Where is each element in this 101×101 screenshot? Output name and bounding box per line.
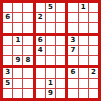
cell-r3c5[interactable] <box>46 23 55 32</box>
box-2-1: 198 <box>3 36 33 66</box>
cell-r2c7[interactable] <box>68 13 77 22</box>
cell-r7c2[interactable] <box>13 68 22 77</box>
cell-r9c8[interactable] <box>79 89 88 98</box>
cell-r4c1[interactable] <box>3 36 12 45</box>
cell-r3c2[interactable] <box>13 23 22 32</box>
cell-r6c1[interactable] <box>3 56 12 65</box>
cell-r2c8[interactable] <box>79 13 88 22</box>
cell-r4c2[interactable]: 1 <box>13 36 22 45</box>
cell-r7c6[interactable] <box>56 68 65 77</box>
cell-r5c2[interactable] <box>13 46 22 55</box>
box-3-1: 35 <box>3 68 33 98</box>
cell-r7c4[interactable] <box>36 68 45 77</box>
cell-r8c3[interactable] <box>23 79 32 88</box>
cell-r5c4[interactable]: 4 <box>36 46 45 55</box>
cell-r5c9[interactable] <box>89 46 98 55</box>
cell-r5c8[interactable] <box>79 46 88 55</box>
box-2-2: 64 <box>36 36 66 66</box>
cell-r8c2[interactable] <box>13 79 22 88</box>
cell-r2c1[interactable]: 6 <box>3 13 12 22</box>
cell-r1c8[interactable]: 1 <box>79 3 88 12</box>
cell-r3c6[interactable] <box>56 23 65 32</box>
cell-r2c3[interactable] <box>23 13 32 22</box>
cell-r3c1[interactable] <box>3 23 12 32</box>
cell-r2c6[interactable] <box>56 13 65 22</box>
box-2-3: 37 <box>68 36 98 66</box>
cell-r9c3[interactable] <box>23 89 32 98</box>
cell-r7c7[interactable]: 6 <box>68 68 77 77</box>
cell-r8c8[interactable] <box>79 79 88 88</box>
box-3-3: 62 <box>68 68 98 98</box>
cell-r4c5[interactable] <box>46 36 55 45</box>
cell-r1c5[interactable]: 5 <box>46 3 55 12</box>
cell-r7c9[interactable]: 2 <box>89 68 98 77</box>
cell-r2c9[interactable] <box>89 13 98 22</box>
box-1-1: 6 <box>3 3 33 33</box>
sudoku-board: 65211986437351962 <box>0 0 101 101</box>
cell-r6c7[interactable] <box>68 56 77 65</box>
cell-r6c2[interactable]: 9 <box>13 56 22 65</box>
cell-r9c2[interactable] <box>13 89 22 98</box>
cell-r9c4[interactable] <box>36 89 45 98</box>
cell-r9c5[interactable]: 9 <box>46 89 55 98</box>
cell-r8c6[interactable] <box>56 79 65 88</box>
cell-r7c3[interactable] <box>23 68 32 77</box>
cell-r1c9[interactable] <box>89 3 98 12</box>
cell-r6c5[interactable] <box>46 56 55 65</box>
cell-r5c3[interactable] <box>23 46 32 55</box>
cell-r6c8[interactable] <box>79 56 88 65</box>
cell-r5c5[interactable] <box>46 46 55 55</box>
cell-r8c4[interactable] <box>36 79 45 88</box>
cell-r7c1[interactable]: 3 <box>3 68 12 77</box>
cell-r4c7[interactable]: 3 <box>68 36 77 45</box>
cell-r8c1[interactable]: 5 <box>3 79 12 88</box>
cell-r9c7[interactable] <box>68 89 77 98</box>
cell-r1c3[interactable] <box>23 3 32 12</box>
cell-r1c6[interactable] <box>56 3 65 12</box>
cell-r1c4[interactable] <box>36 3 45 12</box>
cell-r9c9[interactable] <box>89 89 98 98</box>
cell-r2c5[interactable] <box>46 13 55 22</box>
cell-r7c5[interactable] <box>46 68 55 77</box>
box-3-2: 19 <box>36 68 66 98</box>
cell-r9c6[interactable] <box>56 89 65 98</box>
cell-r3c4[interactable] <box>36 23 45 32</box>
cell-r1c2[interactable] <box>13 3 22 12</box>
cell-r2c4[interactable]: 2 <box>36 13 45 22</box>
cell-r8c7[interactable] <box>68 79 77 88</box>
cell-r1c7[interactable] <box>68 3 77 12</box>
cell-r6c3[interactable]: 8 <box>23 56 32 65</box>
cell-r4c3[interactable] <box>23 36 32 45</box>
box-1-3: 1 <box>68 3 98 33</box>
cell-r1c1[interactable] <box>3 3 12 12</box>
cell-r3c8[interactable] <box>79 23 88 32</box>
cell-r3c3[interactable] <box>23 23 32 32</box>
cell-r6c6[interactable] <box>56 56 65 65</box>
cell-r7c8[interactable] <box>79 68 88 77</box>
cell-r6c4[interactable] <box>36 56 45 65</box>
cell-r4c6[interactable] <box>56 36 65 45</box>
cell-r3c7[interactable] <box>68 23 77 32</box>
cell-r4c8[interactable] <box>79 36 88 45</box>
cell-r2c2[interactable] <box>13 13 22 22</box>
cell-r3c9[interactable] <box>89 23 98 32</box>
cell-r4c4[interactable]: 6 <box>36 36 45 45</box>
cell-r8c9[interactable] <box>89 79 98 88</box>
cell-r5c6[interactable] <box>56 46 65 55</box>
cell-r4c9[interactable] <box>89 36 98 45</box>
cell-r5c7[interactable]: 7 <box>68 46 77 55</box>
box-1-2: 52 <box>36 3 66 33</box>
cell-r9c1[interactable] <box>3 89 12 98</box>
cell-r8c5[interactable]: 1 <box>46 79 55 88</box>
cell-r5c1[interactable] <box>3 46 12 55</box>
cell-r6c9[interactable] <box>89 56 98 65</box>
